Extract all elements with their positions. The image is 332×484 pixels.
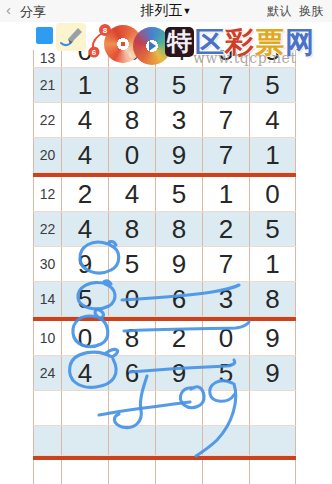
digit-cell[interactable]: 8 [155,212,202,246]
digit-cell[interactable]: 0 [249,177,296,211]
row-label-cell: 13 [33,50,61,67]
svg-text:6: 6 [92,48,97,57]
digit-cell[interactable]: 4 [61,138,108,172]
lottery-number-table: 1306455211857522483742040971122451022488… [33,50,296,484]
digit-cell[interactable] [249,391,296,425]
digit-cell[interactable] [202,460,249,484]
digit-cell[interactable]: 7 [202,68,249,102]
pen-tool-button[interactable] [56,23,86,51]
row-label-cell: 30 [33,247,61,281]
digit-cell[interactable]: 2 [155,321,202,355]
digit-cell[interactable]: 0 [108,138,155,172]
table-row: 2248825 [33,212,296,247]
table-row: 1224510 [33,177,296,212]
digit-cell[interactable] [155,391,202,425]
digit-cell[interactable]: 1 [202,177,249,211]
row-label-cell: 14 [33,282,61,316]
digit-cell[interactable]: 9 [249,356,296,390]
pen-tool-icon [56,23,86,51]
row-label-cell [33,460,61,484]
digit-cell[interactable] [61,391,108,425]
row-label-cell [33,391,61,425]
digit-cell[interactable]: 5 [155,68,202,102]
table-row: 2118575 [33,68,296,103]
digit-cell[interactable] [108,460,155,484]
digit-cell[interactable] [61,426,108,455]
digit-cell[interactable]: 7 [202,247,249,281]
digit-cell[interactable] [155,426,202,455]
table-row [33,391,296,426]
digit-cell[interactable]: 4 [108,177,155,211]
digit-cell[interactable]: 8 [249,282,296,316]
digit-cell[interactable]: 9 [155,247,202,281]
digit-cell[interactable]: 9 [61,247,108,281]
default-button[interactable]: 默认 [267,4,292,18]
dropdown-arrow-icon: ▼ [183,6,192,16]
digit-cell[interactable]: 2 [202,212,249,246]
table-row: 2446959 [33,356,296,391]
digit-cell[interactable]: 5 [155,177,202,211]
digit-cell[interactable] [249,460,296,484]
nav-right-actions: 默认换肤 [260,3,324,20]
digit-cell[interactable] [108,426,155,455]
digit-cell[interactable]: 1 [61,68,108,102]
digit-cell[interactable]: 9 [155,356,202,390]
digit-cell[interactable]: 5 [249,212,296,246]
blue-square-color-swatch[interactable] [36,27,53,44]
row-label-cell: 22 [33,212,61,246]
digit-cell[interactable]: 9 [249,321,296,355]
digit-cell[interactable]: 1 [249,138,296,172]
digit-cell[interactable]: 9 [155,138,202,172]
digit-cell[interactable]: 0 [61,321,108,355]
digit-cell[interactable]: 7 [202,138,249,172]
digit-cell[interactable]: 2 [61,177,108,211]
watermark-url: www.tqcp.net [193,50,297,66]
table-row [33,460,296,484]
digit-cell[interactable] [61,460,108,484]
row-label-cell: 12 [33,177,61,211]
row-label-cell [33,426,61,455]
table-row: 2040971 [33,138,296,173]
row-label-cell: 24 [33,356,61,390]
digit-cell[interactable]: 8 [108,103,155,137]
digit-cell[interactable]: 0 [108,282,155,316]
digit-cell[interactable]: 0 [202,321,249,355]
digit-cell[interactable] [249,426,296,455]
digit-cell[interactable]: 3 [202,282,249,316]
watermark-char: 特 [165,27,194,57]
digit-cell[interactable] [155,460,202,484]
table-row: 3095971 [33,247,296,282]
row-label-cell: 20 [33,138,61,172]
table-row [33,426,296,456]
digit-cell[interactable]: 5 [61,282,108,316]
digit-cell[interactable]: 8 [108,212,155,246]
digit-cell[interactable] [202,391,249,425]
digit-cell[interactable]: 5 [108,247,155,281]
digit-cell[interactable]: 4 [61,356,108,390]
row-label-cell: 22 [33,103,61,137]
digit-cell[interactable]: 4 [61,212,108,246]
digit-cell[interactable]: 1 [249,247,296,281]
top-nav-bar: ‹ 分享 排列五▼ 默认换肤 [0,0,332,22]
table-row: 1450638 [33,282,296,317]
change-skin-button[interactable]: 换肤 [299,4,324,18]
digit-cell[interactable] [202,426,249,455]
digit-cell[interactable]: 5 [249,68,296,102]
digit-cell[interactable]: 8 [108,321,155,355]
row-label-cell: 21 [33,68,61,102]
table-row: 1008209 [33,321,296,356]
row-label-cell: 10 [33,321,61,355]
digit-cell[interactable]: 4 [61,103,108,137]
digit-cell[interactable]: 4 [249,103,296,137]
digit-cell[interactable]: 6 [155,282,202,316]
digit-cell[interactable]: 6 [108,356,155,390]
lottery-name: 排列五 [141,2,183,18]
table-row: 2248374 [33,103,296,138]
digit-cell[interactable]: 8 [108,68,155,102]
digit-cell[interactable] [108,391,155,425]
digit-cell[interactable]: 7 [202,103,249,137]
digit-cell[interactable]: 5 [202,356,249,390]
app-screen: ‹ 分享 排列五▼ 默认换肤 8 6 特 区 彩 票 网 www.tqcp.ne… [0,0,332,484]
digit-cell[interactable]: 3 [155,103,202,137]
